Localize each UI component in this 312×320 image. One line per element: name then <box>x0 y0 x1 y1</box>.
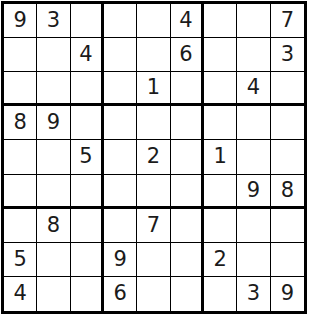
given-digit: 1 <box>213 146 226 167</box>
cell-r2c4[interactable] <box>104 38 137 72</box>
given-digit: 9 <box>13 10 26 31</box>
given-digit: 9 <box>47 112 60 133</box>
cell-r8c3[interactable] <box>71 243 104 277</box>
cell-r7c6[interactable] <box>171 209 204 243</box>
cell-r4c5[interactable] <box>137 106 170 140</box>
cell-r1c4[interactable] <box>104 4 137 38</box>
cell-r1c2[interactable]: 3 <box>37 4 70 38</box>
cell-r6c7[interactable] <box>204 175 237 209</box>
cell-r7c4[interactable] <box>104 209 137 243</box>
cell-r7c8[interactable] <box>237 209 270 243</box>
cell-r1c7[interactable] <box>204 4 237 38</box>
cell-r5c1[interactable] <box>4 140 37 174</box>
given-digit: 8 <box>13 112 26 133</box>
cell-r3c9[interactable] <box>271 72 304 106</box>
cell-r3c4[interactable] <box>104 72 137 106</box>
cell-r9c1[interactable]: 4 <box>4 277 37 311</box>
sudoku-board: 9347463148952198875924639 <box>1 1 307 314</box>
cell-r4c2[interactable]: 9 <box>37 106 70 140</box>
cell-r5c7[interactable]: 1 <box>204 140 237 174</box>
cell-r8c7[interactable]: 2 <box>204 243 237 277</box>
cell-r7c7[interactable] <box>204 209 237 243</box>
cell-r9c5[interactable] <box>137 277 170 311</box>
cell-r7c9[interactable] <box>271 209 304 243</box>
given-digit: 2 <box>213 249 226 270</box>
cell-r4c7[interactable] <box>204 106 237 140</box>
cell-r1c6[interactable]: 4 <box>171 4 204 38</box>
cell-r4c3[interactable] <box>71 106 104 140</box>
given-digit: 3 <box>47 10 60 31</box>
cell-r7c5[interactable]: 7 <box>137 209 170 243</box>
cell-r6c5[interactable] <box>137 175 170 209</box>
cell-r2c6[interactable]: 6 <box>171 38 204 72</box>
cell-r1c3[interactable] <box>71 4 104 38</box>
given-digit: 3 <box>281 44 294 65</box>
cell-r8c9[interactable] <box>271 243 304 277</box>
cell-r5c3[interactable]: 5 <box>71 140 104 174</box>
cell-r8c2[interactable] <box>37 243 70 277</box>
cell-r2c2[interactable] <box>37 38 70 72</box>
cell-r6c9[interactable]: 8 <box>271 175 304 209</box>
given-digit: 5 <box>79 146 92 167</box>
given-digit: 3 <box>247 283 260 304</box>
cell-r2c7[interactable] <box>204 38 237 72</box>
cell-r4c4[interactable] <box>104 106 137 140</box>
given-digit: 4 <box>247 77 260 98</box>
cell-r7c3[interactable] <box>71 209 104 243</box>
cell-r9c7[interactable] <box>204 277 237 311</box>
cell-r9c9[interactable]: 9 <box>271 277 304 311</box>
given-digit: 4 <box>13 283 26 304</box>
cell-r5c5[interactable]: 2 <box>137 140 170 174</box>
cell-r3c5[interactable]: 1 <box>137 72 170 106</box>
cell-r3c7[interactable] <box>204 72 237 106</box>
given-digit: 8 <box>281 180 294 201</box>
given-digit: 7 <box>147 215 160 236</box>
given-digit: 9 <box>113 249 126 270</box>
given-digit: 6 <box>179 44 192 65</box>
cell-r6c2[interactable] <box>37 175 70 209</box>
cell-r4c8[interactable] <box>237 106 270 140</box>
cell-r2c5[interactable] <box>137 38 170 72</box>
cell-r7c1[interactable] <box>4 209 37 243</box>
cell-r3c1[interactable] <box>4 72 37 106</box>
given-digit: 4 <box>79 44 92 65</box>
given-digit: 4 <box>179 10 192 31</box>
cell-r5c2[interactable] <box>37 140 70 174</box>
cell-r2c1[interactable] <box>4 38 37 72</box>
cell-r7c2[interactable]: 8 <box>37 209 70 243</box>
cell-r9c4[interactable]: 6 <box>104 277 137 311</box>
cell-r3c8[interactable]: 4 <box>237 72 270 106</box>
given-digit: 9 <box>247 180 260 201</box>
cell-r2c3[interactable]: 4 <box>71 38 104 72</box>
given-digit: 7 <box>281 10 294 31</box>
cell-r1c8[interactable] <box>237 4 270 38</box>
cell-r1c1[interactable]: 9 <box>4 4 37 38</box>
cell-r4c9[interactable] <box>271 106 304 140</box>
cell-r4c6[interactable] <box>171 106 204 140</box>
cell-r5c6[interactable] <box>171 140 204 174</box>
given-digit: 5 <box>13 249 26 270</box>
given-digit: 6 <box>113 283 126 304</box>
cell-r8c8[interactable] <box>237 243 270 277</box>
given-digit: 2 <box>147 146 160 167</box>
cell-r6c1[interactable] <box>4 175 37 209</box>
cell-r6c6[interactable] <box>171 175 204 209</box>
cell-r9c2[interactable] <box>37 277 70 311</box>
cell-r8c4[interactable]: 9 <box>104 243 137 277</box>
cell-r8c6[interactable] <box>171 243 204 277</box>
cell-r6c3[interactable] <box>71 175 104 209</box>
given-digit: 9 <box>281 283 294 304</box>
cell-r8c5[interactable] <box>137 243 170 277</box>
cell-r8c1[interactable]: 5 <box>4 243 37 277</box>
cell-r6c4[interactable] <box>104 175 137 209</box>
cell-r3c2[interactable] <box>37 72 70 106</box>
cell-r2c8[interactable] <box>237 38 270 72</box>
cell-r9c8[interactable]: 3 <box>237 277 270 311</box>
cell-r1c9[interactable]: 7 <box>271 4 304 38</box>
cell-r9c6[interactable] <box>171 277 204 311</box>
cell-r1c5[interactable] <box>137 4 170 38</box>
cell-r9c3[interactable] <box>71 277 104 311</box>
given-digit: 1 <box>147 77 160 98</box>
cell-r3c6[interactable] <box>171 72 204 106</box>
cell-r4c1[interactable]: 8 <box>4 106 37 140</box>
cell-r6c8[interactable]: 9 <box>237 175 270 209</box>
cell-r2c9[interactable]: 3 <box>271 38 304 72</box>
cell-r3c3[interactable] <box>71 72 104 106</box>
cell-r5c9[interactable] <box>271 140 304 174</box>
cell-r5c8[interactable] <box>237 140 270 174</box>
cell-r5c4[interactable] <box>104 140 137 174</box>
given-digit: 8 <box>47 215 60 236</box>
